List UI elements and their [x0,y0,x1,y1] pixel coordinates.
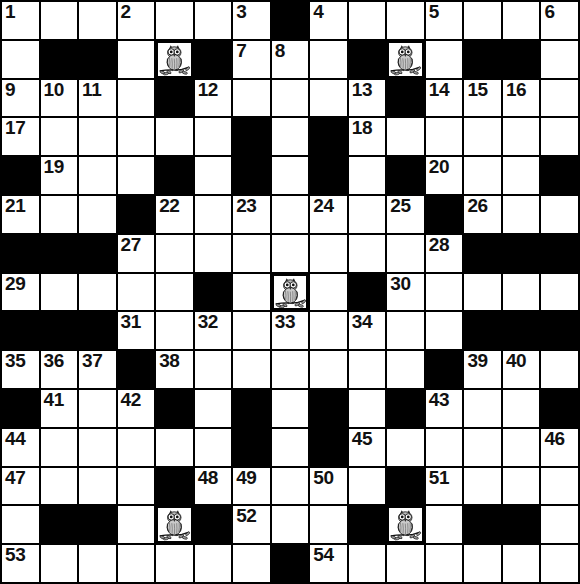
grid-cell[interactable] [118,41,155,78]
grid-cell[interactable] [310,80,347,117]
block-cell [503,312,540,349]
grid-cell[interactable]: 45 [349,429,386,466]
grid-cell[interactable] [79,468,116,505]
grid-cell[interactable] [272,157,309,194]
grid-cell[interactable]: 1 [2,2,39,39]
clue-number: 34 [352,312,372,332]
grid-cell[interactable] [349,468,386,505]
grid-cell[interactable] [195,2,232,39]
grid-cell[interactable]: 16 [503,80,540,117]
grid-cell[interactable] [464,390,501,427]
grid-cell[interactable] [79,390,116,427]
grid-cell[interactable] [195,351,232,388]
block-cell [233,157,270,194]
grid-cell[interactable] [541,274,578,311]
grid-cell[interactable] [41,118,78,155]
clue-number: 2 [121,2,131,22]
block-cell [156,390,193,427]
grid-cell[interactable] [503,429,540,466]
grid-cell[interactable] [426,545,463,582]
crossword-board: 1234567891011121314151617181920212223242… [0,0,580,584]
clue-number: 6 [544,2,554,22]
clue-number: 7 [236,41,246,61]
grid-cell[interactable] [503,545,540,582]
clue-number: 19 [44,157,64,177]
grid-cell[interactable] [464,157,501,194]
block-cell [464,506,501,543]
grid-cell[interactable] [310,274,347,311]
owl-cell [387,41,424,78]
grid-cell[interactable]: 46 [541,429,578,466]
grid-cell[interactable]: 48 [195,468,232,505]
grid-cell[interactable] [272,468,309,505]
grid-cell[interactable] [349,545,386,582]
block-cell [426,351,463,388]
clue-number: 16 [506,80,526,100]
clue-number: 14 [429,80,449,100]
grid-cell[interactable] [387,351,424,388]
clue-number: 31 [121,312,141,332]
clue-number: 42 [121,390,141,410]
grid-cell[interactable] [426,118,463,155]
grid-cell[interactable] [541,41,578,78]
grid-cell[interactable] [503,468,540,505]
grid-cell[interactable] [233,235,270,272]
grid-cell[interactable] [541,468,578,505]
block-cell [79,312,116,349]
block-cell [233,429,270,466]
block-cell [387,390,424,427]
grid-cell[interactable]: 5 [426,2,463,39]
clue-number: 46 [544,429,564,449]
grid-cell[interactable]: 39 [464,351,501,388]
grid-cell[interactable] [426,506,463,543]
grid-cell[interactable]: 35 [2,351,39,388]
block-cell [426,196,463,233]
grid-cell[interactable] [272,390,309,427]
block-cell [156,157,193,194]
block-cell [464,312,501,349]
grid-cell[interactable] [387,545,424,582]
block-cell [387,468,424,505]
block-cell [503,235,540,272]
clue-number: 5 [429,2,439,22]
clue-number: 43 [429,390,449,410]
block-cell [349,274,386,311]
block-cell [541,235,578,272]
grid-cell[interactable] [426,429,463,466]
grid-cell[interactable] [541,545,578,582]
clue-number: 25 [390,196,410,216]
block-cell [41,235,78,272]
block-cell [310,390,347,427]
owl-icon [158,508,191,541]
clue-number: 12 [198,80,218,100]
block-cell [233,118,270,155]
grid-cell[interactable] [503,390,540,427]
grid-cell[interactable] [2,506,39,543]
block-cell [272,2,309,39]
clue-number: 27 [121,235,141,255]
clue-number: 41 [44,390,64,410]
clue-number: 48 [198,468,218,488]
grid-cell[interactable] [118,274,155,311]
grid-cell[interactable]: 9 [2,80,39,117]
block-cell [541,157,578,194]
grid-cell[interactable]: 25 [387,196,424,233]
block-cell [156,80,193,117]
grid-cell[interactable]: 52 [233,506,270,543]
grid-cell[interactable]: 32 [195,312,232,349]
block-cell [41,41,78,78]
block-cell [541,312,578,349]
grid-cell[interactable]: 43 [426,390,463,427]
grid-cell[interactable] [156,235,193,272]
grid-cell[interactable]: 19 [41,157,78,194]
grid-cell[interactable] [503,274,540,311]
grid-cell[interactable]: 26 [464,196,501,233]
clue-number: 22 [159,196,179,216]
grid-cell[interactable] [195,545,232,582]
grid-cell[interactable]: 33 [272,312,309,349]
grid-cell[interactable] [310,351,347,388]
grid-cell[interactable]: 13 [349,80,386,117]
clue-number: 21 [5,196,25,216]
clue-number: 4 [313,2,323,22]
block-cell [272,545,309,582]
grid-cell[interactable]: 47 [2,468,39,505]
grid-cell[interactable]: 18 [349,118,386,155]
grid-cell[interactable] [233,80,270,117]
clue-number: 20 [429,157,449,177]
grid-cell[interactable] [156,2,193,39]
grid-cell[interactable] [195,235,232,272]
grid-cell[interactable] [195,157,232,194]
owl-icon [389,508,422,541]
grid-cell[interactable]: 51 [426,468,463,505]
clue-number: 3 [236,2,246,22]
clue-number: 37 [82,351,102,371]
block-cell [464,41,501,78]
grid-cell[interactable] [79,118,116,155]
grid-cell[interactable] [118,80,155,117]
clue-number: 49 [236,468,256,488]
clue-number: 33 [275,312,295,332]
grid-cell[interactable] [387,2,424,39]
block-cell [541,390,578,427]
grid-cell[interactable] [310,41,347,78]
owl-icon [274,276,307,309]
grid-cell[interactable] [118,157,155,194]
grid-cell[interactable]: 6 [541,2,578,39]
grid-cell[interactable] [233,351,270,388]
grid-cell[interactable]: 31 [118,312,155,349]
grid-cell[interactable] [272,506,309,543]
grid-cell[interactable] [156,118,193,155]
block-cell [79,506,116,543]
grid-cell[interactable] [387,429,424,466]
grid-cell[interactable] [464,274,501,311]
clue-number: 44 [5,429,25,449]
grid-cell[interactable] [195,196,232,233]
grid-cell[interactable] [272,235,309,272]
clue-number: 52 [236,506,256,526]
grid-cell[interactable] [118,468,155,505]
grid-cell[interactable] [156,312,193,349]
grid-cell[interactable] [541,80,578,117]
clue-number: 24 [313,196,333,216]
grid-cell[interactable] [79,429,116,466]
grid-cell[interactable] [233,274,270,311]
block-cell [310,157,347,194]
grid-cell[interactable]: 7 [233,41,270,78]
owl-icon [389,43,422,76]
grid-cell[interactable] [349,235,386,272]
block-cell [464,235,501,272]
grid-cell[interactable] [310,235,347,272]
grid-cell[interactable] [195,118,232,155]
grid-cell[interactable] [310,506,347,543]
grid-cell[interactable] [195,429,232,466]
clue-number: 30 [390,274,410,294]
grid-cell[interactable] [2,41,39,78]
grid-cell[interactable] [464,545,501,582]
grid-cell[interactable] [79,157,116,194]
clue-number: 40 [506,351,526,371]
grid-cell[interactable] [233,312,270,349]
clue-number: 32 [198,312,218,332]
grid-cell[interactable] [233,545,270,582]
grid-cell[interactable] [41,429,78,466]
clue-number: 11 [82,80,101,100]
grid-cell[interactable] [426,274,463,311]
grid-cell[interactable] [541,351,578,388]
grid-cell[interactable] [118,118,155,155]
clue-number: 50 [313,468,333,488]
grid-cell[interactable]: 17 [2,118,39,155]
grid-cell[interactable] [272,196,309,233]
grid-cell[interactable] [156,545,193,582]
owl-cell [387,506,424,543]
clue-number: 54 [313,545,333,565]
grid-cell[interactable] [79,196,116,233]
grid-cell[interactable]: 50 [310,468,347,505]
grid-cell[interactable]: 28 [426,235,463,272]
grid-cell[interactable]: 49 [233,468,270,505]
block-cell [2,390,39,427]
clue-number: 51 [429,468,449,488]
grid-cell[interactable]: 21 [2,196,39,233]
grid-cell[interactable]: 14 [426,80,463,117]
grid-cell[interactable] [79,274,116,311]
grid-cell[interactable] [272,118,309,155]
grid-cell[interactable]: 36 [41,351,78,388]
block-cell [387,157,424,194]
block-cell [118,351,155,388]
block-cell [2,312,39,349]
grid-cell[interactable]: 41 [41,390,78,427]
owl-cell [272,274,309,311]
grid-cell[interactable] [503,118,540,155]
clue-number: 29 [5,274,25,294]
clue-number: 8 [275,41,285,61]
grid-cell[interactable] [387,312,424,349]
grid-cell[interactable] [118,545,155,582]
grid-cell[interactable]: 4 [310,2,347,39]
grid-cell[interactable]: 40 [503,351,540,388]
block-cell [503,41,540,78]
clue-number: 45 [352,429,372,449]
block-cell [233,390,270,427]
grid-cell[interactable]: 30 [387,274,424,311]
grid-cell[interactable] [426,312,463,349]
block-cell [156,468,193,505]
block-cell [79,41,116,78]
block-cell [195,41,232,78]
owl-cell [156,506,193,543]
grid-cell[interactable]: 20 [426,157,463,194]
grid-cell[interactable]: 42 [118,390,155,427]
clue-number: 38 [159,351,179,371]
grid-cell[interactable] [349,2,386,39]
grid-cell[interactable] [464,118,501,155]
grid-cell[interactable] [156,274,193,311]
clue-number: 26 [467,196,487,216]
clue-number: 28 [429,235,449,255]
block-cell [387,80,424,117]
clue-number: 47 [5,468,25,488]
grid-cell[interactable] [503,2,540,39]
owl-icon [158,43,191,76]
grid-cell[interactable] [41,2,78,39]
grid-cell[interactable] [118,506,155,543]
grid-cell[interactable] [503,196,540,233]
clue-number: 23 [236,196,256,216]
clue-number: 39 [467,351,487,371]
grid-cell[interactable] [156,429,193,466]
clue-number: 13 [352,80,372,100]
grid-cell[interactable] [349,196,386,233]
grid-cell[interactable] [272,429,309,466]
grid-cell[interactable]: 11 [79,80,116,117]
grid-cell[interactable] [349,351,386,388]
clue-number: 10 [44,80,64,100]
grid-cell[interactable] [79,2,116,39]
grid-cell[interactable] [387,235,424,272]
clue-number: 35 [5,351,25,371]
block-cell [503,506,540,543]
grid-cell[interactable]: 29 [2,274,39,311]
grid-cell[interactable] [541,506,578,543]
grid-cell[interactable] [464,429,501,466]
grid-cell[interactable]: 24 [310,196,347,233]
grid-cell[interactable] [349,157,386,194]
block-cell [195,274,232,311]
grid-cell[interactable]: 37 [79,351,116,388]
block-cell [2,157,39,194]
block-cell [41,506,78,543]
clue-number: 17 [5,118,25,138]
grid-cell[interactable] [464,468,501,505]
grid-cell[interactable] [118,429,155,466]
grid-cell[interactable] [79,545,116,582]
clue-number: 15 [467,80,487,100]
grid-cell[interactable] [541,196,578,233]
grid-cell[interactable] [41,468,78,505]
grid-cell[interactable]: 8 [272,41,309,78]
grid-cell[interactable]: 54 [310,545,347,582]
clue-number: 53 [5,545,25,565]
grid-cell[interactable] [349,390,386,427]
clue-number: 9 [5,80,15,100]
grid-cell[interactable]: 3 [233,2,270,39]
grid-cell[interactable] [426,41,463,78]
grid-cell[interactable] [272,351,309,388]
grid-cell[interactable]: 22 [156,196,193,233]
grid-cell[interactable] [272,80,309,117]
grid-cell[interactable] [464,2,501,39]
block-cell [349,41,386,78]
block-cell [310,429,347,466]
clue-number: 36 [44,351,64,371]
block-cell [41,312,78,349]
block-cell [79,235,116,272]
grid-cell[interactable]: 2 [118,2,155,39]
grid-cell[interactable] [41,196,78,233]
grid-cell[interactable]: 23 [233,196,270,233]
grid-cell[interactable]: 38 [156,351,193,388]
grid-cell[interactable] [503,157,540,194]
block-cell [349,506,386,543]
owl-cell [156,41,193,78]
block-cell [310,118,347,155]
grid-cell[interactable]: 12 [195,80,232,117]
grid-cell[interactable] [310,312,347,349]
grid-cell[interactable]: 53 [2,545,39,582]
clue-number: 18 [352,118,372,138]
grid-cell[interactable]: 15 [464,80,501,117]
block-cell [2,235,39,272]
grid-cell[interactable]: 27 [118,235,155,272]
grid-cell[interactable] [41,545,78,582]
grid-cell[interactable]: 34 [349,312,386,349]
grid-cell[interactable]: 44 [2,429,39,466]
block-cell [118,196,155,233]
clue-number: 1 [5,2,15,22]
grid-cell[interactable]: 10 [41,80,78,117]
grid-cell[interactable] [41,274,78,311]
grid-cell[interactable] [541,118,578,155]
block-cell [195,506,232,543]
grid-cell[interactable] [195,390,232,427]
grid-cell[interactable] [387,118,424,155]
